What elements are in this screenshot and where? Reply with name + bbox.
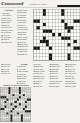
clue-item: 68 Took a bus bbox=[65, 85, 80, 87]
page-title: Crossword bbox=[1, 0, 23, 6]
across-clues-column-1: ACROSS 1 Tart taste4 Pale shade9 Sharp t… bbox=[1, 10, 16, 61]
clue-list: 1 Tart taste4 Pale shade9 Sharp turn14 C… bbox=[1, 12, 16, 43]
grid-cell: N bbox=[29, 119, 31, 121]
puzzle-grid[interactable] bbox=[33, 9, 80, 60]
clue-item: 69 Grand tale bbox=[17, 53, 32, 55]
grid-cell[interactable] bbox=[77, 57, 80, 60]
previous-solution-grid: ACTSSHAMADEPTCHAITONEDELLAREINARTSMIXESE… bbox=[0, 87, 31, 122]
clue-item: 51 Say again bbox=[49, 85, 64, 87]
clue-item: 74 Deep cut bbox=[1, 73, 16, 75]
down-clues-column-1: DOWN 1 Soft metal2 At no time3 Gave a ha… bbox=[17, 63, 32, 84]
down-clues-column-4: 52 Dress edge55 Tend to56 Use a pen59 Sh… bbox=[65, 63, 80, 122]
down-clues-column-2: 11 In a bit12 Bird home13 Gets older18 M… bbox=[33, 63, 48, 122]
previous-answer-heading: ANSWER TO PREVIOUS PUZZLE bbox=[0, 84, 31, 86]
clue-item: 29 Stage part bbox=[1, 42, 16, 44]
clue-list: 70 Lost color71 Keen on72 Sly look73 Mai… bbox=[1, 63, 16, 75]
clue-list: 31 Be in debt32 Mild oath34 Hot drink36 … bbox=[17, 10, 32, 56]
clue-list: 11 In a bit12 Bird home13 Gets older18 M… bbox=[33, 63, 48, 87]
clue-list: 1 Soft metal2 At no time3 Gave a hand4 S… bbox=[17, 66, 32, 84]
clue-item: 30 Keep out bbox=[33, 85, 48, 87]
across-clues-column-2: 31 Be in debt32 Mild oath34 Hot drink36 … bbox=[17, 10, 32, 61]
clue-list: 52 Dress edge55 Tend to56 Use a pen59 Sh… bbox=[65, 63, 80, 87]
page-subtitle: Edited by Will Shortz bbox=[29, 3, 46, 5]
down-clues-column-3: 33 Night bird35 Sales pitch38 High card3… bbox=[49, 63, 64, 122]
newspaper-crossword-page: Crossword Edited by Will Shortz ACROSS 1… bbox=[0, 0, 80, 123]
clue-list: 33 Night bird35 Sales pitch38 High card3… bbox=[49, 63, 64, 87]
across-clues-column-3: 70 Lost color71 Keen on72 Sly look73 Mai… bbox=[1, 63, 16, 84]
